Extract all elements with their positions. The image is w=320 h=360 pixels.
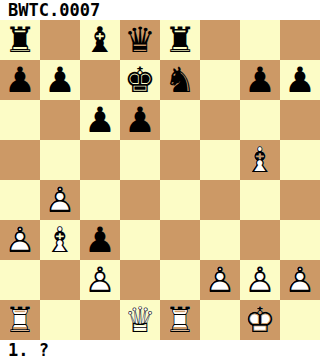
square-d6[interactable]: ♟	[120, 100, 160, 140]
white-pawn[interactable]: ♟♙	[280, 260, 320, 300]
square-e1[interactable]: ♜♖	[160, 300, 200, 340]
square-b6[interactable]	[40, 100, 80, 140]
square-f6[interactable]	[200, 100, 240, 140]
square-d1[interactable]: ♛♕	[120, 300, 160, 340]
square-g4[interactable]	[240, 180, 280, 220]
square-a6[interactable]	[0, 100, 40, 140]
black-bishop[interactable]: ♝	[80, 20, 120, 60]
square-a4[interactable]	[0, 180, 40, 220]
square-g2[interactable]: ♟♙	[240, 260, 280, 300]
square-f3[interactable]	[200, 220, 240, 260]
black-knight[interactable]: ♞	[160, 60, 200, 100]
square-f1[interactable]	[200, 300, 240, 340]
white-bishop[interactable]: ♝♗	[240, 140, 280, 180]
white-queen[interactable]: ♛♕	[120, 300, 160, 340]
square-g1[interactable]: ♚♔	[240, 300, 280, 340]
square-g6[interactable]	[240, 100, 280, 140]
square-c8[interactable]: ♝	[80, 20, 120, 60]
square-g7[interactable]: ♟	[240, 60, 280, 100]
square-f8[interactable]	[200, 20, 240, 60]
square-e2[interactable]	[160, 260, 200, 300]
square-b1[interactable]	[40, 300, 80, 340]
square-h5[interactable]	[280, 140, 320, 180]
square-h3[interactable]	[280, 220, 320, 260]
square-b5[interactable]	[40, 140, 80, 180]
black-king[interactable]: ♚	[120, 60, 160, 100]
diagram-title: BWTC.0007	[0, 0, 320, 20]
move-prompt: 1. ?	[0, 340, 320, 360]
square-a2[interactable]	[0, 260, 40, 300]
square-c4[interactable]	[80, 180, 120, 220]
square-f7[interactable]	[200, 60, 240, 100]
square-h8[interactable]	[280, 20, 320, 60]
square-e3[interactable]	[160, 220, 200, 260]
square-c2[interactable]: ♟♙	[80, 260, 120, 300]
white-pawn[interactable]: ♟♙	[200, 260, 240, 300]
square-d7[interactable]: ♚	[120, 60, 160, 100]
white-rook[interactable]: ♜♖	[160, 300, 200, 340]
black-rook[interactable]: ♜	[0, 20, 40, 60]
white-pawn[interactable]: ♟♙	[80, 260, 120, 300]
square-d4[interactable]	[120, 180, 160, 220]
square-d8[interactable]: ♛	[120, 20, 160, 60]
square-h1[interactable]	[280, 300, 320, 340]
square-c3[interactable]: ♟	[80, 220, 120, 260]
white-rook[interactable]: ♜♖	[0, 300, 40, 340]
square-g5[interactable]: ♝♗	[240, 140, 280, 180]
square-b8[interactable]	[40, 20, 80, 60]
square-a8[interactable]: ♜	[0, 20, 40, 60]
square-a5[interactable]	[0, 140, 40, 180]
square-e5[interactable]	[160, 140, 200, 180]
square-b4[interactable]: ♟♙	[40, 180, 80, 220]
square-f4[interactable]	[200, 180, 240, 220]
square-b2[interactable]	[40, 260, 80, 300]
white-pawn[interactable]: ♟♙	[240, 260, 280, 300]
square-d5[interactable]	[120, 140, 160, 180]
white-pawn[interactable]: ♟♙	[0, 220, 40, 260]
square-d2[interactable]	[120, 260, 160, 300]
square-b7[interactable]: ♟	[40, 60, 80, 100]
black-pawn[interactable]: ♟	[0, 60, 40, 100]
chess-board: ♜♝♛♜♟♟♚♞♟♟♟♟♝♗♟♙♟♙♝♗♟♟♙♟♙♟♙♟♙♜♖♛♕♜♖♚♔	[0, 20, 320, 340]
square-f5[interactable]	[200, 140, 240, 180]
square-g3[interactable]	[240, 220, 280, 260]
square-h7[interactable]: ♟	[280, 60, 320, 100]
square-h2[interactable]: ♟♙	[280, 260, 320, 300]
square-e8[interactable]: ♜	[160, 20, 200, 60]
square-d3[interactable]	[120, 220, 160, 260]
square-h4[interactable]	[280, 180, 320, 220]
black-queen[interactable]: ♛	[120, 20, 160, 60]
square-a3[interactable]: ♟♙	[0, 220, 40, 260]
square-c6[interactable]: ♟	[80, 100, 120, 140]
square-e4[interactable]	[160, 180, 200, 220]
square-c1[interactable]	[80, 300, 120, 340]
square-g8[interactable]	[240, 20, 280, 60]
white-pawn[interactable]: ♟♙	[40, 180, 80, 220]
square-b3[interactable]: ♝♗	[40, 220, 80, 260]
black-pawn[interactable]: ♟	[80, 100, 120, 140]
white-king[interactable]: ♚♔	[240, 300, 280, 340]
black-pawn[interactable]: ♟	[120, 100, 160, 140]
black-pawn[interactable]: ♟	[280, 60, 320, 100]
square-h6[interactable]	[280, 100, 320, 140]
square-a1[interactable]: ♜♖	[0, 300, 40, 340]
square-f2[interactable]: ♟♙	[200, 260, 240, 300]
black-pawn[interactable]: ♟	[40, 60, 80, 100]
black-pawn[interactable]: ♟	[80, 220, 120, 260]
square-c5[interactable]	[80, 140, 120, 180]
square-e7[interactable]: ♞	[160, 60, 200, 100]
black-pawn[interactable]: ♟	[240, 60, 280, 100]
square-c7[interactable]	[80, 60, 120, 100]
square-a7[interactable]: ♟	[0, 60, 40, 100]
square-e6[interactable]	[160, 100, 200, 140]
white-bishop[interactable]: ♝♗	[40, 220, 80, 260]
black-rook[interactable]: ♜	[160, 20, 200, 60]
